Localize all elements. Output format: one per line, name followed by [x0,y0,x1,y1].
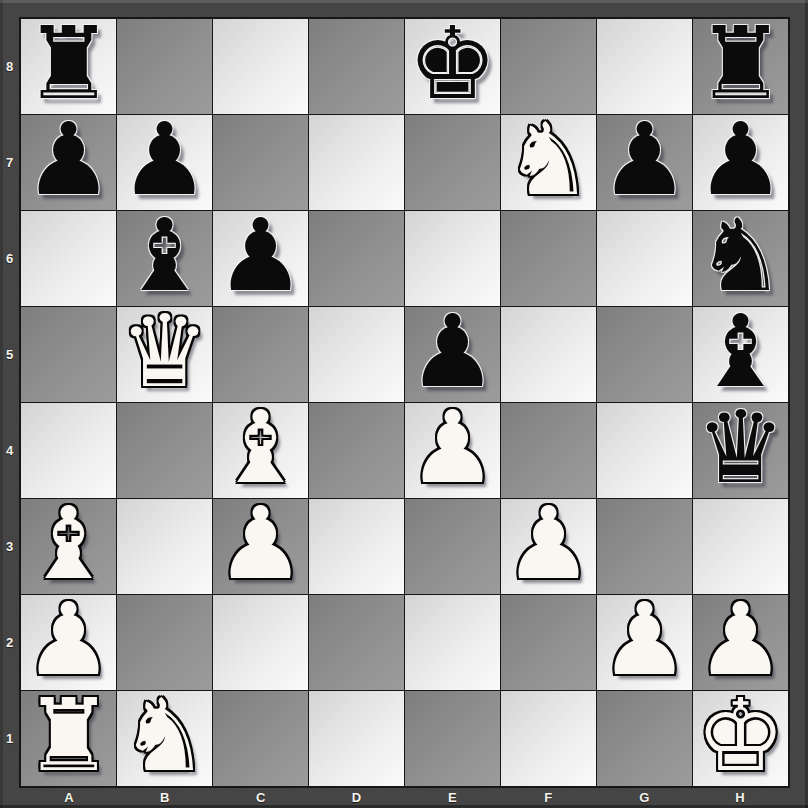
square-f3[interactable]: ♟ [501,499,596,594]
piece-black-pawn[interactable]: ♟ [408,304,498,399]
rank-label-5: 5 [0,307,19,403]
rank-label-1: 1 [0,690,19,786]
square-d1[interactable] [309,691,404,786]
piece-black-pawn[interactable]: ♟ [600,112,690,207]
square-b6[interactable]: ♝ [117,211,212,306]
square-c5[interactable] [213,307,308,402]
square-e1[interactable] [405,691,500,786]
square-f6[interactable] [501,211,596,306]
rank-label-3: 3 [0,498,19,594]
square-d2[interactable] [309,595,404,690]
piece-black-bishop[interactable]: ♝ [120,208,210,303]
square-f2[interactable] [501,595,596,690]
piece-black-pawn[interactable]: ♟ [216,208,306,303]
file-label-f: F [500,788,596,807]
piece-white-pawn[interactable]: ♟ [216,496,306,591]
square-b8[interactable] [117,19,212,114]
square-b2[interactable] [117,595,212,690]
piece-black-king[interactable]: ♚ [408,16,498,111]
file-label-b: B [117,788,213,807]
piece-white-knight[interactable]: ♞ [504,112,594,207]
rank-label-8: 8 [0,19,19,115]
square-f7[interactable]: ♞ [501,115,596,210]
square-f4[interactable] [501,403,596,498]
square-f1[interactable] [501,691,596,786]
square-c4[interactable]: ♝ [213,403,308,498]
square-h1[interactable]: ♚ [693,691,788,786]
square-a1[interactable]: ♜ [21,691,116,786]
square-e3[interactable] [405,499,500,594]
square-c1[interactable] [213,691,308,786]
square-h5[interactable]: ♝ [693,307,788,402]
piece-black-knight[interactable]: ♞ [696,208,786,303]
piece-white-pawn[interactable]: ♟ [24,592,114,687]
square-c2[interactable] [213,595,308,690]
square-g4[interactable] [597,403,692,498]
square-e5[interactable]: ♟ [405,307,500,402]
square-e4[interactable]: ♟ [405,403,500,498]
piece-white-pawn[interactable]: ♟ [408,400,498,495]
file-label-d: D [309,788,405,807]
piece-black-rook[interactable]: ♜ [24,16,114,111]
piece-black-pawn[interactable]: ♟ [120,112,210,207]
square-d7[interactable] [309,115,404,210]
file-label-g: G [596,788,692,807]
square-a8[interactable]: ♜ [21,19,116,114]
square-h3[interactable] [693,499,788,594]
square-c8[interactable] [213,19,308,114]
piece-white-pawn[interactable]: ♟ [504,496,594,591]
square-h6[interactable]: ♞ [693,211,788,306]
square-g8[interactable] [597,19,692,114]
square-e8[interactable]: ♚ [405,19,500,114]
square-b1[interactable]: ♞ [117,691,212,786]
piece-white-knight[interactable]: ♞ [120,688,210,783]
square-b4[interactable] [117,403,212,498]
file-label-h: H [692,788,788,807]
square-c6[interactable]: ♟ [213,211,308,306]
piece-black-bishop[interactable]: ♝ [696,304,786,399]
piece-white-bishop[interactable]: ♝ [24,496,114,591]
rank-label-6: 6 [0,211,19,307]
square-h7[interactable]: ♟ [693,115,788,210]
square-a5[interactable] [21,307,116,402]
square-h2[interactable]: ♟ [693,595,788,690]
square-g3[interactable] [597,499,692,594]
square-d6[interactable] [309,211,404,306]
file-label-a: A [21,788,117,807]
piece-white-rook[interactable]: ♜ [24,688,114,783]
square-c3[interactable]: ♟ [213,499,308,594]
file-labels: ABCDEFGH [21,788,788,807]
piece-white-queen[interactable]: ♛ [120,304,210,399]
square-h8[interactable]: ♜ [693,19,788,114]
square-d3[interactable] [309,499,404,594]
square-a7[interactable]: ♟ [21,115,116,210]
square-f8[interactable] [501,19,596,114]
square-b3[interactable] [117,499,212,594]
piece-white-pawn[interactable]: ♟ [600,592,690,687]
file-label-c: C [213,788,309,807]
square-b7[interactable]: ♟ [117,115,212,210]
piece-black-rook[interactable]: ♜ [696,16,786,111]
square-f5[interactable] [501,307,596,402]
square-d5[interactable] [309,307,404,402]
square-e6[interactable] [405,211,500,306]
square-a6[interactable] [21,211,116,306]
square-a4[interactable] [21,403,116,498]
piece-black-pawn[interactable]: ♟ [696,112,786,207]
rank-label-7: 7 [0,115,19,211]
piece-white-pawn[interactable]: ♟ [696,592,786,687]
square-e7[interactable] [405,115,500,210]
square-g6[interactable] [597,211,692,306]
square-a2[interactable]: ♟ [21,595,116,690]
square-d8[interactable] [309,19,404,114]
square-d4[interactable] [309,403,404,498]
square-c7[interactable] [213,115,308,210]
square-a3[interactable]: ♝ [21,499,116,594]
square-g1[interactable] [597,691,692,786]
piece-white-king[interactable]: ♚ [696,688,786,783]
square-e2[interactable] [405,595,500,690]
file-label-e: E [405,788,501,807]
square-g7[interactable]: ♟ [597,115,692,210]
square-b5[interactable]: ♛ [117,307,212,402]
rank-labels: 87654321 [0,19,19,786]
rank-label-2: 2 [0,594,19,690]
piece-white-bishop[interactable]: ♝ [216,400,306,495]
board-frame: ♜♚♜♟♟♞♟♟♝♟♞♛♟♝♝♟♛♝♟♟♟♟♟♜♞♚ ABCDEFGH 8765… [0,0,808,808]
piece-black-pawn[interactable]: ♟ [24,112,114,207]
chessboard: ♜♚♜♟♟♞♟♟♝♟♞♛♟♝♝♟♛♝♟♟♟♟♟♜♞♚ [19,17,790,788]
piece-black-queen[interactable]: ♛ [696,400,786,495]
rank-label-4: 4 [0,403,19,499]
square-h4[interactable]: ♛ [693,403,788,498]
square-g2[interactable]: ♟ [597,595,692,690]
square-g5[interactable] [597,307,692,402]
